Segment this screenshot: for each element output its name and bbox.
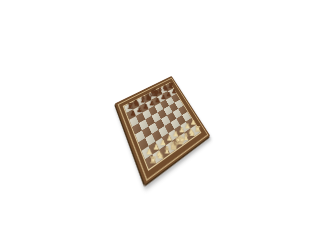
product-photo-background: ♜♞♝♛♚♝♞♜♟♟♟♟♟♟♟♟♟♟♟♟♟♟♟♟♜♞♝♛♚♝♞♜	[0, 0, 100, 100]
